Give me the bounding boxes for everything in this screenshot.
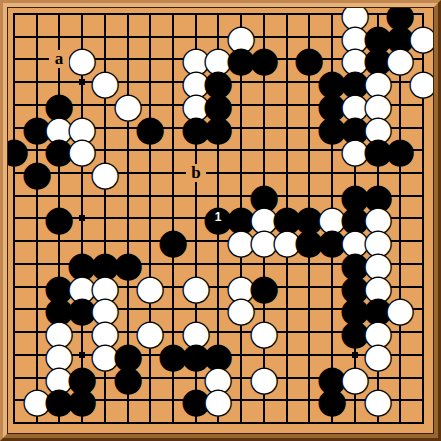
grid-line-horizontal [13, 422, 424, 424]
black-stone-glyph: ● [385, 138, 415, 162]
board-label-b[interactable]: b [186, 164, 206, 182]
white-stone-glyph: ● [408, 70, 438, 94]
black-stone[interactable]: ● [116, 366, 140, 390]
black-stone[interactable]: ● [70, 388, 94, 412]
white-stone[interactable]: ● [252, 366, 276, 390]
white-stone-glyph: ● [203, 388, 233, 412]
black-stone[interactable]: ● [161, 229, 185, 253]
white-stone-glyph: ● [249, 366, 279, 390]
white-stone[interactable]: ● [138, 275, 162, 299]
black-stone-glyph: ● [317, 388, 347, 412]
black-stone-glyph: ● [22, 161, 52, 185]
white-stone[interactable]: ● [184, 275, 208, 299]
black-stone[interactable]: ● [138, 116, 162, 140]
white-stone-glyph: ● [135, 275, 165, 299]
white-stone-glyph: ● [90, 161, 120, 185]
white-stone-glyph: ● [363, 388, 393, 412]
goban[interactable]: ●●●●●●●●●●●●●●●●●●●●●●●●●●●●●●●●●●●●●●●●… [0, 0, 441, 441]
black-stone-glyph: ● [113, 366, 143, 390]
white-stone[interactable]: ● [252, 320, 276, 344]
white-stone-glyph: ● [181, 275, 211, 299]
black-stone[interactable]: ● [320, 388, 344, 412]
white-stone[interactable]: ● [206, 388, 230, 412]
black-stone-glyph: ● [135, 116, 165, 140]
black-stone-glyph: ● [44, 206, 74, 230]
star-point [79, 79, 85, 85]
white-stone[interactable]: ● [366, 388, 390, 412]
go-board-screenshot: ●●●●●●●●●●●●●●●●●●●●●●●●●●●●●●●●●●●●●●●●… [0, 0, 441, 441]
white-stone-glyph: ● [249, 320, 279, 344]
black-stone-glyph: ● [203, 116, 233, 140]
black-stone-glyph: ● [158, 229, 188, 253]
white-stone[interactable]: ● [411, 70, 435, 94]
black-stone[interactable]: ● [206, 116, 230, 140]
black-stone[interactable]: ● [252, 47, 276, 71]
star-point [79, 215, 85, 221]
white-stone[interactable]: ● [93, 161, 117, 185]
move-number-label: 1 [206, 210, 230, 224]
black-stone-glyph: ● [249, 47, 279, 71]
black-stone[interactable]: ● [388, 138, 412, 162]
black-stone-glyph: ● [67, 388, 97, 412]
black-stone[interactable]: ● [47, 206, 71, 230]
board-label-a[interactable]: a [49, 50, 69, 68]
black-stone[interactable]: ● [25, 161, 49, 185]
